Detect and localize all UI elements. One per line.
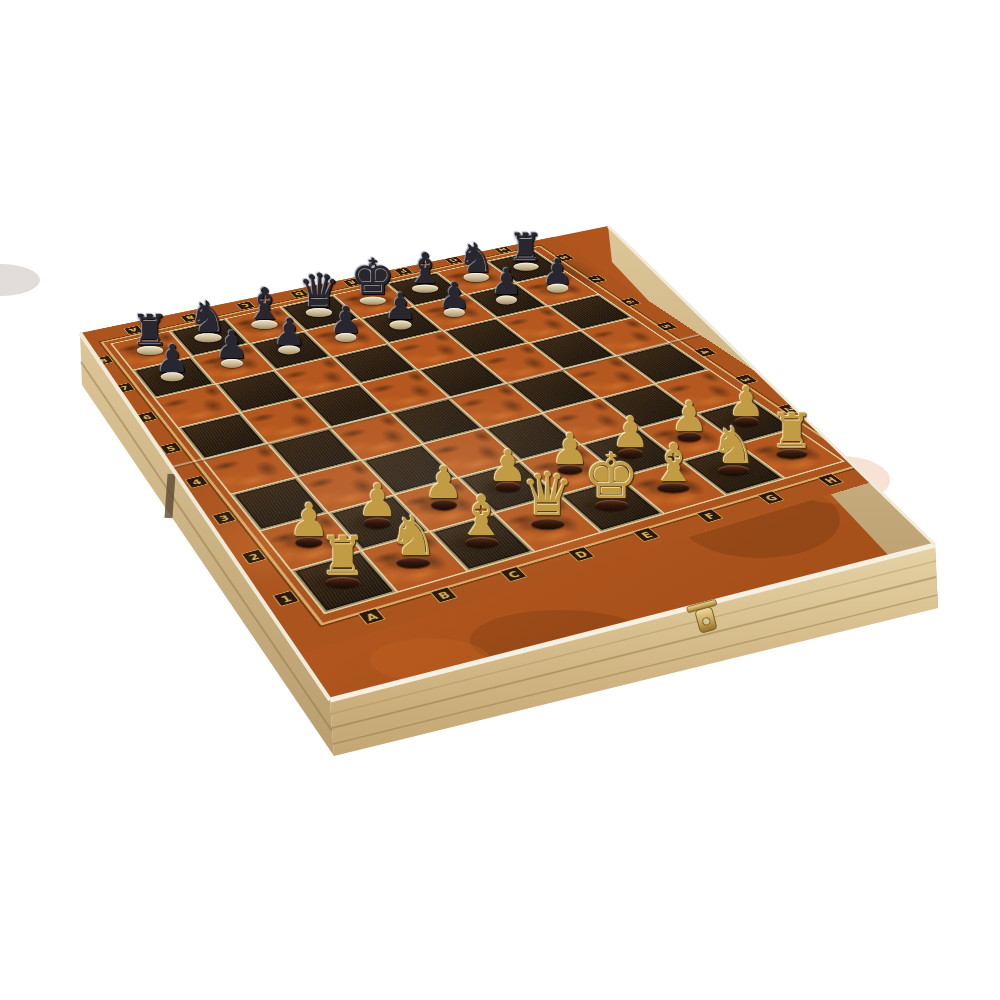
piece-glyph: ♝ [650,438,697,487]
piece-base [397,557,431,568]
piece-glyph: ♟ [215,328,249,363]
piece-base [364,518,391,529]
piece-base [326,577,360,588]
file-label-near-G: G [757,491,785,505]
piece-glyph: ♟ [384,290,417,324]
piece-glyph: ♟ [490,267,522,300]
piece-glyph: ♟ [541,256,573,289]
piece-base [658,482,690,493]
piece-glyph: ♟ [329,303,362,337]
piece-white-bishop-f1[interactable]: ♝ [650,438,697,492]
piece-glyph: ♚ [584,447,640,504]
piece-white-queen-d1[interactable]: ♛ [521,469,574,530]
piece-base [390,320,412,329]
chess-set-photo: AABBCCDDEEFFGGHH1122334455667788 ♜♞♝♛♚♝♞… [0,0,1000,1000]
piece-black-pawn-g7[interactable]: ♟ [490,267,522,305]
piece-base [161,373,184,382]
piece-black-pawn-d7[interactable]: ♟ [329,303,362,342]
piece-black-pawn-e7[interactable]: ♟ [384,290,417,329]
piece-white-knight-b1[interactable]: ♞ [389,511,439,568]
piece-glyph: ♛ [521,469,574,524]
piece-black-pawn-h7[interactable]: ♟ [541,256,573,293]
piece-glyph: ♝ [457,491,507,542]
piece-glyph: ♞ [711,423,757,470]
piece-glyph: ♟ [728,383,765,421]
piece-base [278,346,300,355]
piece-white-rook-h1[interactable]: ♜ [770,408,813,458]
file-label-near-H: H [816,473,844,487]
piece-base [335,333,357,342]
piece-black-pawn-a7[interactable]: ♟ [155,341,190,382]
piece-white-bishop-c1[interactable]: ♝ [457,491,507,548]
piece-black-pawn-c7[interactable]: ♟ [273,315,307,355]
piece-glyph: ♟ [438,278,471,311]
piece-glyph: ♟ [273,315,307,350]
piece-white-king-e1[interactable]: ♚ [584,447,640,510]
piece-base [496,296,517,305]
piece-base [531,518,564,529]
piece-base [444,308,465,317]
piece-glyph: ♜ [509,230,544,266]
piece-glyph: ♞ [389,511,439,562]
piece-black-pawn-b7[interactable]: ♟ [215,328,249,368]
piece-white-knight-g1[interactable]: ♞ [711,423,757,476]
piece-base [718,465,749,475]
piece-glyph: ♟ [155,341,190,377]
piece-glyph: ♞ [458,240,495,278]
piece-glyph: ♜ [770,408,813,453]
piece-white-rook-a1[interactable]: ♜ [319,532,368,588]
piece-glyph: ♜ [319,532,368,582]
piece-black-pawn-f7[interactable]: ♟ [438,278,471,316]
